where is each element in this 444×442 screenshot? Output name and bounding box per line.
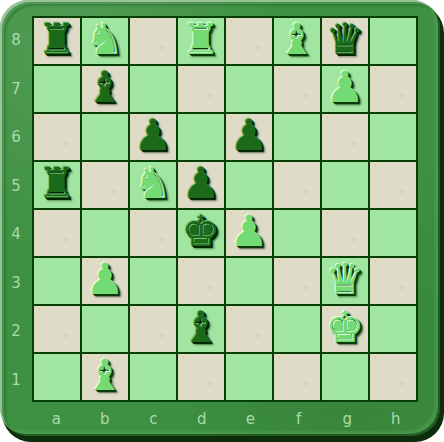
square-b3[interactable]: ♟ [82, 258, 128, 304]
piece-black-queen[interactable]: ♛ [322, 18, 368, 64]
square-b8[interactable]: ♞ [82, 18, 128, 64]
square-h4[interactable] [370, 210, 416, 256]
square-b5[interactable] [82, 162, 128, 208]
square-d4[interactable]: ♚ [178, 210, 224, 256]
piece-white-king[interactable]: ♚ [322, 306, 368, 352]
square-c1[interactable] [130, 354, 176, 400]
square-c3[interactable] [130, 258, 176, 304]
file-label-e: e [226, 404, 275, 434]
square-h8[interactable] [370, 18, 416, 64]
rank-label-3: 3 [0, 259, 32, 308]
piece-white-pawn[interactable]: ♟ [82, 258, 128, 304]
piece-black-bishop[interactable]: ♝ [178, 306, 224, 352]
square-c5[interactable]: ♞ [130, 162, 176, 208]
square-e1[interactable] [226, 354, 272, 400]
square-d6[interactable] [178, 114, 224, 160]
square-h5[interactable] [370, 162, 416, 208]
square-g2[interactable]: ♚ [322, 306, 368, 352]
square-e6[interactable]: ♟ [226, 114, 272, 160]
square-b2[interactable] [82, 306, 128, 352]
rank-label-8: 8 [0, 16, 32, 65]
square-f5[interactable] [274, 162, 320, 208]
square-d3[interactable] [178, 258, 224, 304]
square-d8[interactable]: ♜ [178, 18, 224, 64]
square-d5[interactable]: ♟ [178, 162, 224, 208]
square-c6[interactable]: ♟ [130, 114, 176, 160]
square-e3[interactable] [226, 258, 272, 304]
square-a8[interactable]: ♜ [34, 18, 80, 64]
square-e8[interactable] [226, 18, 272, 64]
square-g6[interactable] [322, 114, 368, 160]
piece-black-pawn[interactable]: ♟ [178, 162, 224, 208]
piece-black-bishop[interactable]: ♝ [82, 66, 128, 112]
square-b6[interactable] [82, 114, 128, 160]
rank-label-7: 7 [0, 65, 32, 114]
piece-white-rook[interactable]: ♜ [178, 18, 224, 64]
square-f2[interactable] [274, 306, 320, 352]
square-a6[interactable] [34, 114, 80, 160]
chess-app-window: 87654321 abcdefgh ♜♞♜♝♛♝♟♟♟♜♞♟♚♟♟♛♝♚♝ [0, 0, 444, 442]
square-d1[interactable] [178, 354, 224, 400]
piece-black-rook[interactable]: ♜ [34, 18, 80, 64]
square-g5[interactable] [322, 162, 368, 208]
square-h2[interactable] [370, 306, 416, 352]
piece-black-pawn[interactable]: ♟ [226, 114, 272, 160]
square-e2[interactable] [226, 306, 272, 352]
square-e4[interactable]: ♟ [226, 210, 272, 256]
square-b4[interactable] [82, 210, 128, 256]
square-g4[interactable] [322, 210, 368, 256]
square-c7[interactable] [130, 66, 176, 112]
square-b7[interactable]: ♝ [82, 66, 128, 112]
rank-label-2: 2 [0, 307, 32, 356]
square-f7[interactable] [274, 66, 320, 112]
rank-label-4: 4 [0, 210, 32, 259]
square-f1[interactable] [274, 354, 320, 400]
square-f3[interactable] [274, 258, 320, 304]
square-a7[interactable] [34, 66, 80, 112]
square-g7[interactable]: ♟ [322, 66, 368, 112]
square-f4[interactable] [274, 210, 320, 256]
square-g3[interactable]: ♛ [322, 258, 368, 304]
file-label-d: d [178, 404, 227, 434]
square-a5[interactable]: ♜ [34, 162, 80, 208]
file-label-a: a [32, 404, 81, 434]
file-labels: abcdefgh [32, 404, 420, 434]
square-d7[interactable] [178, 66, 224, 112]
square-h7[interactable] [370, 66, 416, 112]
square-f8[interactable]: ♝ [274, 18, 320, 64]
piece-black-king[interactable]: ♚ [178, 210, 224, 256]
chess-board: ♜♞♜♝♛♝♟♟♟♜♞♟♚♟♟♛♝♚♝ [32, 16, 418, 402]
file-label-h: h [372, 404, 421, 434]
file-label-c: c [129, 404, 178, 434]
file-label-f: f [275, 404, 324, 434]
piece-white-bishop[interactable]: ♝ [82, 354, 128, 400]
file-label-b: b [81, 404, 130, 434]
rank-label-5: 5 [0, 162, 32, 211]
square-f6[interactable] [274, 114, 320, 160]
square-b1[interactable]: ♝ [82, 354, 128, 400]
square-g1[interactable] [322, 354, 368, 400]
square-h1[interactable] [370, 354, 416, 400]
square-a3[interactable] [34, 258, 80, 304]
square-e7[interactable] [226, 66, 272, 112]
rank-label-1: 1 [0, 356, 32, 405]
square-g8[interactable]: ♛ [322, 18, 368, 64]
piece-white-knight[interactable]: ♞ [130, 162, 176, 208]
square-c8[interactable] [130, 18, 176, 64]
piece-white-bishop[interactable]: ♝ [274, 18, 320, 64]
rank-label-6: 6 [0, 113, 32, 162]
piece-white-pawn[interactable]: ♟ [322, 66, 368, 112]
file-label-g: g [323, 404, 372, 434]
square-a2[interactable] [34, 306, 80, 352]
piece-black-rook[interactable]: ♜ [34, 162, 80, 208]
rank-labels: 87654321 [0, 16, 32, 404]
square-c4[interactable] [130, 210, 176, 256]
square-d2[interactable]: ♝ [178, 306, 224, 352]
square-h3[interactable] [370, 258, 416, 304]
square-e5[interactable] [226, 162, 272, 208]
piece-white-knight[interactable]: ♞ [82, 18, 128, 64]
square-c2[interactable] [130, 306, 176, 352]
piece-white-pawn[interactable]: ♟ [226, 210, 272, 256]
square-h6[interactable] [370, 114, 416, 160]
piece-white-queen[interactable]: ♛ [322, 258, 368, 304]
square-a4[interactable] [34, 210, 80, 256]
square-a1[interactable] [34, 354, 80, 400]
piece-black-pawn[interactable]: ♟ [130, 114, 176, 160]
